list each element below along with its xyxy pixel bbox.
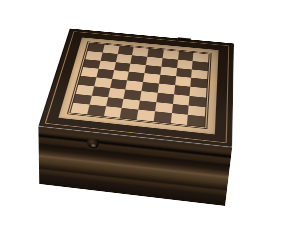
board-square	[89, 95, 107, 106]
board-square	[137, 110, 155, 122]
board-square	[188, 105, 205, 116]
board-square	[138, 100, 156, 111]
board-square	[92, 86, 110, 97]
board-square	[78, 76, 96, 86]
board-square	[71, 103, 90, 114]
board-square	[94, 77, 112, 87]
board-square	[153, 111, 171, 123]
board-square	[87, 105, 106, 116]
board-square	[122, 99, 140, 110]
board-square	[140, 91, 158, 102]
board-square	[175, 76, 192, 86]
board-square	[141, 82, 158, 93]
board-square	[189, 96, 206, 107]
board-square	[76, 85, 94, 96]
board-square	[190, 87, 207, 98]
board-square	[106, 97, 124, 108]
board-square	[126, 80, 143, 91]
board-square	[191, 78, 208, 88]
board-square	[174, 85, 191, 96]
board-square	[171, 104, 189, 115]
board-square	[124, 89, 142, 100]
front-clasp-pin	[91, 144, 95, 147]
board-square	[156, 93, 173, 104]
board-square	[108, 88, 126, 99]
board-square	[103, 106, 121, 117]
chess-box	[38, 29, 234, 148]
board-square	[120, 108, 138, 120]
product-photo-scene	[0, 0, 300, 231]
box-lid-top	[38, 29, 234, 148]
board-square	[170, 113, 188, 125]
board-square	[157, 84, 174, 95]
board-square	[110, 79, 128, 89]
board-square	[143, 73, 160, 83]
board-square	[187, 115, 205, 127]
board-square	[73, 94, 91, 105]
board-square	[173, 94, 190, 105]
chess-board	[71, 43, 209, 127]
board-square	[155, 102, 173, 113]
board-square	[159, 75, 176, 85]
